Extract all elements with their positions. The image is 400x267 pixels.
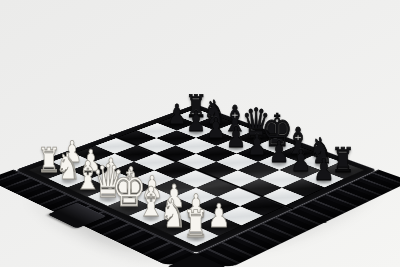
piece-black-pawn[interactable]: ♟	[226, 123, 246, 152]
piece-black-pawn[interactable]: ♟	[247, 131, 267, 160]
piece-black-pawn[interactable]: ♟	[269, 138, 290, 168]
piece-black-rook[interactable]: ♜	[331, 143, 355, 177]
piece-white-pawn[interactable]: ♟	[207, 200, 230, 233]
piece-black-pawn[interactable]: ♟	[167, 101, 186, 129]
piece-black-pawn[interactable]: ♟	[313, 155, 334, 185]
piece-black-pawn[interactable]: ♟	[186, 108, 206, 136]
scene: ♜♞♝♛♚♝♞♜♟♟♟♟♟♟♟♟♟♟♟♟♟♟♟♟♜♞♝♛♚♝♞♜	[0, 0, 400, 267]
piece-black-pawn[interactable]: ♟	[291, 146, 312, 176]
piece-black-pawn[interactable]: ♟	[206, 115, 226, 143]
piece-white-rook[interactable]: ♜	[183, 206, 209, 244]
